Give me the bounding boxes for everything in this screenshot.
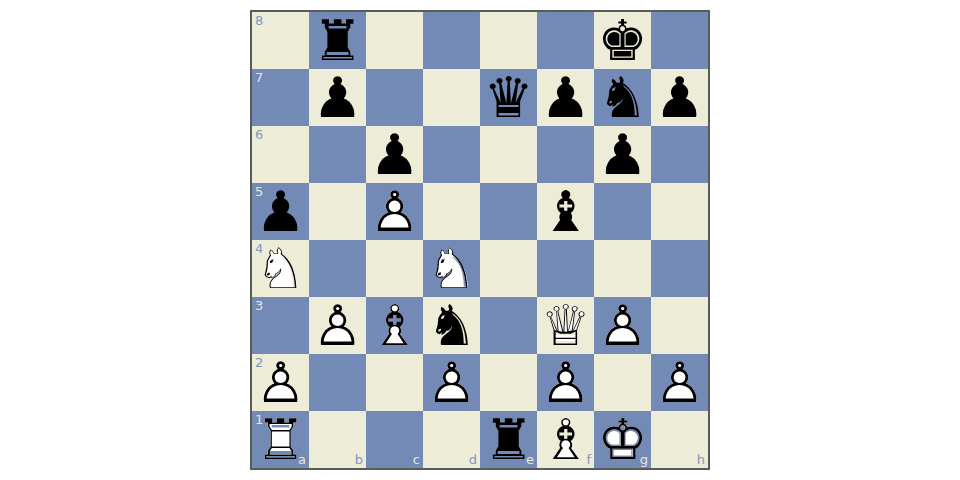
square-b2[interactable] [309, 354, 366, 411]
rank-label-8: 8 [255, 14, 263, 27]
piece-black-rook-icon[interactable]: ♜ [480, 411, 537, 468]
piece-white-king-icon[interactable]: ♔ [594, 411, 651, 468]
square-f8[interactable] [537, 12, 594, 69]
piece-white-knight-icon[interactable]: ♘ [423, 240, 480, 297]
square-e4[interactable] [480, 240, 537, 297]
square-f4[interactable] [537, 240, 594, 297]
square-b7[interactable]: ♟ [309, 69, 366, 126]
square-e8[interactable] [480, 12, 537, 69]
piece-white-pawn-icon[interactable]: ♙ [537, 354, 594, 411]
square-c4[interactable] [366, 240, 423, 297]
square-g4[interactable] [594, 240, 651, 297]
piece-white-pawn-icon[interactable]: ♙ [423, 354, 480, 411]
square-f3[interactable]: ♛♕ [537, 297, 594, 354]
rank-label-7: 7 [255, 71, 263, 84]
piece-black-king-icon[interactable]: ♚ [594, 12, 651, 69]
piece-white-pawn-icon[interactable]: ♙ [651, 354, 708, 411]
square-f2[interactable]: ♟♙ [537, 354, 594, 411]
piece-black-pawn-icon[interactable]: ♟ [309, 69, 366, 126]
piece-black-pawn-icon[interactable]: ♟ [252, 183, 309, 240]
piece-white-knight-icon[interactable]: ♘ [252, 240, 309, 297]
square-d6[interactable] [423, 126, 480, 183]
square-g7[interactable]: ♞ [594, 69, 651, 126]
piece-black-pawn-icon[interactable]: ♟ [537, 69, 594, 126]
square-a1[interactable]: 1a♜♖ [252, 411, 309, 468]
piece-black-pawn-icon[interactable]: ♟ [651, 69, 708, 126]
square-a5[interactable]: 5♟ [252, 183, 309, 240]
square-d8[interactable] [423, 12, 480, 69]
square-c7[interactable] [366, 69, 423, 126]
piece-black-knight-icon[interactable]: ♞ [594, 69, 651, 126]
piece-black-knight-icon[interactable]: ♞ [423, 297, 480, 354]
piece-white-pawn-icon[interactable]: ♙ [252, 354, 309, 411]
square-a8[interactable]: 8 [252, 12, 309, 69]
file-label-h: h [697, 453, 705, 466]
piece-black-rook-icon[interactable]: ♜ [309, 12, 366, 69]
square-d4[interactable]: ♞♘ [423, 240, 480, 297]
square-h1[interactable]: h [651, 411, 708, 468]
square-e2[interactable] [480, 354, 537, 411]
square-g5[interactable] [594, 183, 651, 240]
square-f7[interactable]: ♟ [537, 69, 594, 126]
square-e1[interactable]: e♜ [480, 411, 537, 468]
square-b3[interactable]: ♟♙ [309, 297, 366, 354]
square-h5[interactable] [651, 183, 708, 240]
square-h7[interactable]: ♟ [651, 69, 708, 126]
piece-white-pawn-icon[interactable]: ♙ [309, 297, 366, 354]
square-g8[interactable]: ♚ [594, 12, 651, 69]
square-h4[interactable] [651, 240, 708, 297]
file-label-c: c [413, 453, 420, 466]
square-a7[interactable]: 7 [252, 69, 309, 126]
square-a6[interactable]: 6 [252, 126, 309, 183]
square-b6[interactable] [309, 126, 366, 183]
square-d2[interactable]: ♟♙ [423, 354, 480, 411]
square-e6[interactable] [480, 126, 537, 183]
square-c6[interactable]: ♟ [366, 126, 423, 183]
square-d5[interactable] [423, 183, 480, 240]
file-label-d: d [469, 453, 477, 466]
square-b8[interactable]: ♜ [309, 12, 366, 69]
square-e3[interactable] [480, 297, 537, 354]
chessboard: 8♜♚7♟♛♟♞♟6♟♟5♟♟♙♝4♞♘♞♘3♟♙♝♗♞♛♕♟♙2♟♙♟♙♟♙♟… [250, 10, 710, 470]
square-c2[interactable] [366, 354, 423, 411]
piece-white-rook-icon[interactable]: ♖ [252, 411, 309, 468]
square-g2[interactable] [594, 354, 651, 411]
piece-black-bishop-icon[interactable]: ♝ [537, 183, 594, 240]
piece-black-pawn-icon[interactable]: ♟ [366, 126, 423, 183]
square-h6[interactable] [651, 126, 708, 183]
square-g6[interactable]: ♟ [594, 126, 651, 183]
square-c1[interactable]: c [366, 411, 423, 468]
square-h3[interactable] [651, 297, 708, 354]
square-d3[interactable]: ♞ [423, 297, 480, 354]
square-b4[interactable] [309, 240, 366, 297]
piece-white-bishop-icon[interactable]: ♗ [537, 411, 594, 468]
square-f1[interactable]: f♝♗ [537, 411, 594, 468]
square-e5[interactable] [480, 183, 537, 240]
piece-white-queen-icon[interactable]: ♕ [537, 297, 594, 354]
square-c3[interactable]: ♝♗ [366, 297, 423, 354]
square-g1[interactable]: g♚♔ [594, 411, 651, 468]
square-e7[interactable]: ♛ [480, 69, 537, 126]
piece-white-pawn-icon[interactable]: ♙ [594, 297, 651, 354]
file-label-b: b [355, 453, 363, 466]
square-a4[interactable]: 4♞♘ [252, 240, 309, 297]
square-a2[interactable]: 2♟♙ [252, 354, 309, 411]
piece-black-queen-icon[interactable]: ♛ [480, 69, 537, 126]
square-h8[interactable] [651, 12, 708, 69]
square-d1[interactable]: d [423, 411, 480, 468]
square-d7[interactable] [423, 69, 480, 126]
square-h2[interactable]: ♟♙ [651, 354, 708, 411]
square-f5[interactable]: ♝ [537, 183, 594, 240]
rank-label-6: 6 [255, 128, 263, 141]
piece-white-bishop-icon[interactable]: ♗ [366, 297, 423, 354]
rank-label-3: 3 [255, 299, 263, 312]
square-f6[interactable] [537, 126, 594, 183]
square-c5[interactable]: ♟♙ [366, 183, 423, 240]
piece-black-pawn-icon[interactable]: ♟ [594, 126, 651, 183]
square-c8[interactable] [366, 12, 423, 69]
square-b5[interactable] [309, 183, 366, 240]
square-g3[interactable]: ♟♙ [594, 297, 651, 354]
square-b1[interactable]: b [309, 411, 366, 468]
square-a3[interactable]: 3 [252, 297, 309, 354]
piece-white-pawn-icon[interactable]: ♙ [366, 183, 423, 240]
